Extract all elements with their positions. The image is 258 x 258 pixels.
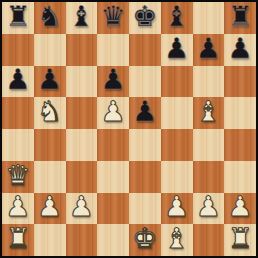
white-pawn-f2[interactable]: ♟	[164, 193, 189, 221]
square-c4[interactable]	[66, 129, 98, 161]
square-f2[interactable]: ♟	[161, 193, 193, 225]
white-pawn-h2[interactable]: ♟	[228, 193, 253, 221]
square-g1[interactable]	[193, 224, 225, 256]
black-king-e8[interactable]: ♚	[132, 3, 157, 31]
square-b2[interactable]: ♟	[34, 193, 66, 225]
square-b5[interactable]: ♞	[34, 97, 66, 129]
black-rook-h8[interactable]: ♜	[228, 3, 253, 31]
square-g2[interactable]: ♟	[193, 193, 225, 225]
square-d4[interactable]	[97, 129, 129, 161]
square-g3[interactable]	[193, 161, 225, 193]
square-d6[interactable]: ♟	[97, 66, 129, 98]
square-f4[interactable]	[161, 129, 193, 161]
black-pawn-a6[interactable]: ♟	[5, 66, 30, 94]
white-pawn-d5[interactable]: ♟	[101, 98, 126, 126]
black-pawn-f7[interactable]: ♟	[164, 35, 189, 63]
square-f3[interactable]	[161, 161, 193, 193]
black-bishop-f8[interactable]: ♝	[164, 3, 189, 31]
square-h8[interactable]: ♜	[224, 2, 256, 34]
square-f5[interactable]	[161, 97, 193, 129]
white-rook-a1[interactable]: ♜	[5, 225, 30, 253]
square-a3[interactable]: ♛	[2, 161, 34, 193]
black-pawn-b6[interactable]: ♟	[37, 66, 62, 94]
square-f6[interactable]	[161, 66, 193, 98]
square-c6[interactable]	[66, 66, 98, 98]
square-h4[interactable]	[224, 129, 256, 161]
square-b7[interactable]	[34, 34, 66, 66]
black-bishop-c8[interactable]: ♝	[69, 3, 94, 31]
square-b4[interactable]	[34, 129, 66, 161]
square-d8[interactable]: ♛	[97, 2, 129, 34]
square-h1[interactable]: ♜	[224, 224, 256, 256]
square-g6[interactable]	[193, 66, 225, 98]
square-c7[interactable]	[66, 34, 98, 66]
square-g4[interactable]	[193, 129, 225, 161]
square-g8[interactable]	[193, 2, 225, 34]
white-pawn-b2[interactable]: ♟	[37, 193, 62, 221]
white-pawn-c2[interactable]: ♟	[69, 193, 94, 221]
square-b8[interactable]: ♞	[34, 2, 66, 34]
square-a7[interactable]	[2, 34, 34, 66]
square-a1[interactable]: ♜	[2, 224, 34, 256]
square-h7[interactable]: ♟	[224, 34, 256, 66]
square-h6[interactable]	[224, 66, 256, 98]
square-d5[interactable]: ♟	[97, 97, 129, 129]
white-queen-a3[interactable]: ♛	[5, 162, 30, 190]
black-pawn-d6[interactable]: ♟	[101, 66, 126, 94]
white-pawn-g2[interactable]: ♟	[196, 193, 221, 221]
black-queen-d8[interactable]: ♛	[101, 3, 126, 31]
square-h3[interactable]	[224, 161, 256, 193]
square-f1[interactable]: ♝	[161, 224, 193, 256]
square-e7[interactable]	[129, 34, 161, 66]
square-a5[interactable]	[2, 97, 34, 129]
square-d1[interactable]	[97, 224, 129, 256]
square-g5[interactable]: ♝	[193, 97, 225, 129]
square-c1[interactable]	[66, 224, 98, 256]
white-king-e1[interactable]: ♚	[132, 225, 157, 253]
square-h2[interactable]: ♟	[224, 193, 256, 225]
square-c2[interactable]: ♟	[66, 193, 98, 225]
white-pawn-a2[interactable]: ♟	[5, 193, 30, 221]
square-b6[interactable]: ♟	[34, 66, 66, 98]
black-pawn-g7[interactable]: ♟	[196, 35, 221, 63]
black-pawn-e5[interactable]: ♟	[132, 98, 157, 126]
white-rook-h1[interactable]: ♜	[228, 225, 253, 253]
square-b1[interactable]	[34, 224, 66, 256]
square-h5[interactable]	[224, 97, 256, 129]
square-e1[interactable]: ♚	[129, 224, 161, 256]
square-e5[interactable]: ♟	[129, 97, 161, 129]
square-a2[interactable]: ♟	[2, 193, 34, 225]
square-c3[interactable]	[66, 161, 98, 193]
square-g7[interactable]: ♟	[193, 34, 225, 66]
square-e8[interactable]: ♚	[129, 2, 161, 34]
square-d2[interactable]	[97, 193, 129, 225]
chess-board-frame: ♜♞♝♛♚♝♜♟♟♟♟♟♟♞♟♟♝♛♟♟♟♟♟♟♜♚♝♜	[0, 0, 258, 258]
square-c5[interactable]	[66, 97, 98, 129]
square-b3[interactable]	[34, 161, 66, 193]
square-e6[interactable]	[129, 66, 161, 98]
black-knight-b8[interactable]: ♞	[37, 3, 62, 31]
chess-board: ♜♞♝♛♚♝♜♟♟♟♟♟♟♞♟♟♝♛♟♟♟♟♟♟♜♚♝♜	[2, 2, 256, 256]
white-bishop-g5[interactable]: ♝	[196, 98, 221, 126]
square-d7[interactable]	[97, 34, 129, 66]
white-bishop-f1[interactable]: ♝	[164, 225, 189, 253]
black-pawn-h7[interactable]: ♟	[228, 35, 253, 63]
square-a6[interactable]: ♟	[2, 66, 34, 98]
white-knight-b5[interactable]: ♞	[37, 98, 62, 126]
square-e2[interactable]	[129, 193, 161, 225]
square-f8[interactable]: ♝	[161, 2, 193, 34]
square-c8[interactable]: ♝	[66, 2, 98, 34]
square-a4[interactable]	[2, 129, 34, 161]
square-f7[interactable]: ♟	[161, 34, 193, 66]
square-a8[interactable]: ♜	[2, 2, 34, 34]
black-rook-a8[interactable]: ♜	[5, 3, 30, 31]
square-d3[interactable]	[97, 161, 129, 193]
square-e3[interactable]	[129, 161, 161, 193]
square-e4[interactable]	[129, 129, 161, 161]
